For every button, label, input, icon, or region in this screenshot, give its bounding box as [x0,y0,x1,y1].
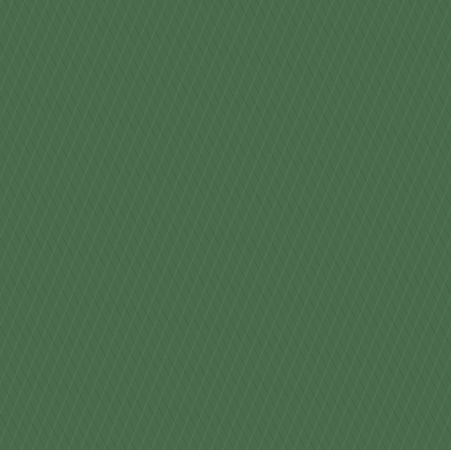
chess-board-frame [0,0,451,450]
rank-labels-left [0,25,25,425]
rank-labels-right [425,25,451,425]
file-labels-top [25,0,425,25]
file-labels-bottom [25,425,425,450]
chess-board [25,25,425,425]
